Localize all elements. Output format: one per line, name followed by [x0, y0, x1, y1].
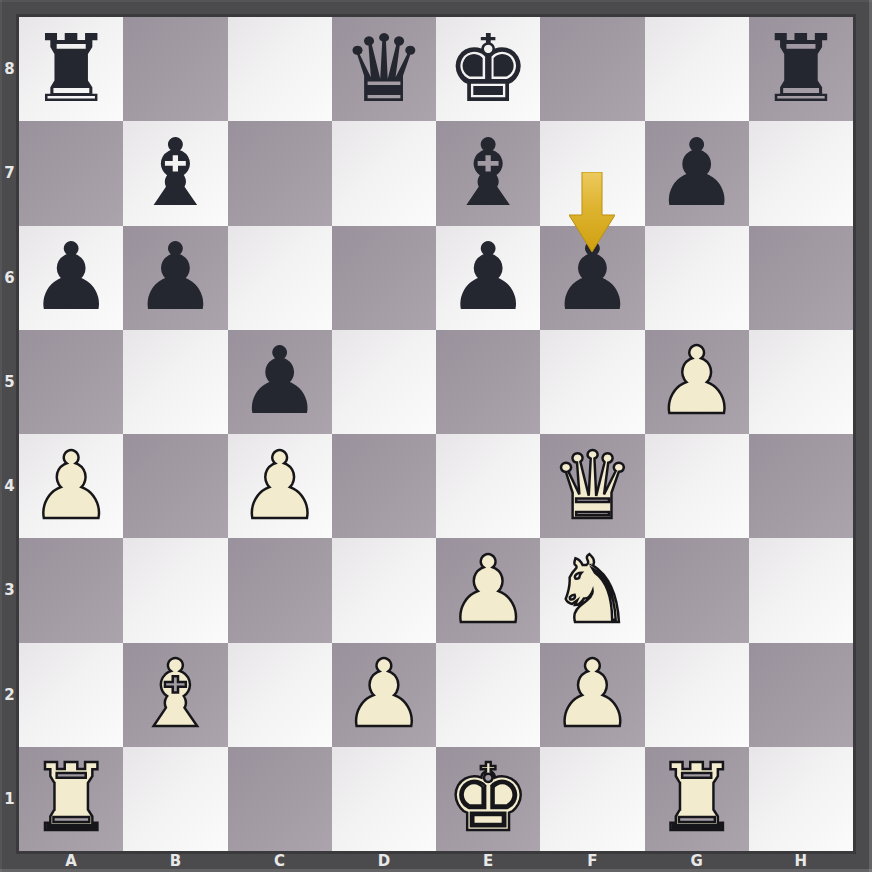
square-a1[interactable]: ♜ [19, 747, 123, 851]
white-pawn[interactable]: ♟ [551, 648, 634, 741]
square-b5[interactable] [123, 330, 227, 434]
black-bishop[interactable]: ♝ [446, 127, 529, 220]
square-c6[interactable] [228, 226, 332, 330]
black-king[interactable]: ♚ [446, 23, 529, 116]
square-a7[interactable] [19, 121, 123, 225]
black-pawn[interactable]: ♟ [29, 231, 112, 324]
file-labels: ABCDEFGH [19, 851, 853, 870]
square-e3[interactable]: ♟ [436, 538, 540, 642]
white-pawn[interactable]: ♟ [655, 335, 738, 428]
square-f4[interactable]: ♛ [540, 434, 644, 538]
square-b3[interactable] [123, 538, 227, 642]
black-rook[interactable]: ♜ [29, 23, 112, 116]
square-e8[interactable]: ♚ [436, 17, 540, 121]
square-h1[interactable] [749, 747, 853, 851]
square-g3[interactable] [645, 538, 749, 642]
board-frame: ♜♛♚♜♝♝♟♟♟♟♟♟♟♟♟♛♟♞♝♟♟♜♚♜ 87654321 ABCDEF… [0, 0, 872, 872]
square-a5[interactable] [19, 330, 123, 434]
square-b1[interactable] [123, 747, 227, 851]
black-pawn[interactable]: ♟ [655, 127, 738, 220]
file-label-b: B [123, 851, 227, 870]
rank-label-3: 3 [0, 538, 19, 642]
square-c3[interactable] [228, 538, 332, 642]
white-pawn[interactable]: ♟ [446, 544, 529, 637]
square-d7[interactable] [332, 121, 436, 225]
square-g1[interactable]: ♜ [645, 747, 749, 851]
square-d8[interactable]: ♛ [332, 17, 436, 121]
square-a6[interactable]: ♟ [19, 226, 123, 330]
square-h4[interactable] [749, 434, 853, 538]
square-d5[interactable] [332, 330, 436, 434]
file-label-d: D [332, 851, 436, 870]
square-b6[interactable]: ♟ [123, 226, 227, 330]
square-h7[interactable] [749, 121, 853, 225]
black-pawn[interactable]: ♟ [134, 231, 217, 324]
square-c5[interactable]: ♟ [228, 330, 332, 434]
black-rook[interactable]: ♜ [759, 23, 842, 116]
square-b7[interactable]: ♝ [123, 121, 227, 225]
square-a4[interactable]: ♟ [19, 434, 123, 538]
square-c8[interactable] [228, 17, 332, 121]
square-f2[interactable]: ♟ [540, 643, 644, 747]
square-c2[interactable] [228, 643, 332, 747]
square-g5[interactable]: ♟ [645, 330, 749, 434]
white-rook[interactable]: ♜ [655, 752, 738, 845]
square-e2[interactable] [436, 643, 540, 747]
square-f1[interactable] [540, 747, 644, 851]
rank-label-4: 4 [0, 434, 19, 538]
square-h3[interactable] [749, 538, 853, 642]
white-queen[interactable]: ♛ [551, 440, 634, 533]
white-bishop[interactable]: ♝ [134, 648, 217, 741]
square-a3[interactable] [19, 538, 123, 642]
file-label-e: E [436, 851, 540, 870]
white-king[interactable]: ♚ [446, 752, 529, 845]
square-c1[interactable] [228, 747, 332, 851]
rank-label-8: 8 [0, 17, 19, 121]
white-pawn[interactable]: ♟ [238, 440, 321, 533]
square-a8[interactable]: ♜ [19, 17, 123, 121]
black-queen[interactable]: ♛ [342, 23, 425, 116]
chess-board: ♜♛♚♜♝♝♟♟♟♟♟♟♟♟♟♛♟♞♝♟♟♜♚♜ [19, 17, 853, 851]
square-g2[interactable] [645, 643, 749, 747]
white-rook[interactable]: ♜ [29, 752, 112, 845]
file-label-c: C [228, 851, 332, 870]
square-g7[interactable]: ♟ [645, 121, 749, 225]
file-label-h: H [749, 851, 853, 870]
square-h5[interactable] [749, 330, 853, 434]
square-e6[interactable]: ♟ [436, 226, 540, 330]
rank-label-6: 6 [0, 226, 19, 330]
file-label-f: F [540, 851, 644, 870]
square-d4[interactable] [332, 434, 436, 538]
square-h6[interactable] [749, 226, 853, 330]
square-c7[interactable] [228, 121, 332, 225]
square-b2[interactable]: ♝ [123, 643, 227, 747]
black-bishop[interactable]: ♝ [134, 127, 217, 220]
white-pawn[interactable]: ♟ [29, 440, 112, 533]
square-d1[interactable] [332, 747, 436, 851]
black-pawn[interactable]: ♟ [238, 335, 321, 428]
square-h8[interactable]: ♜ [749, 17, 853, 121]
square-c4[interactable]: ♟ [228, 434, 332, 538]
file-label-a: A [19, 851, 123, 870]
square-g6[interactable] [645, 226, 749, 330]
square-d2[interactable]: ♟ [332, 643, 436, 747]
square-f7[interactable] [540, 121, 644, 225]
square-e4[interactable] [436, 434, 540, 538]
square-d3[interactable] [332, 538, 436, 642]
black-pawn[interactable]: ♟ [551, 231, 634, 324]
black-pawn[interactable]: ♟ [446, 231, 529, 324]
rank-label-7: 7 [0, 121, 19, 225]
square-f8[interactable] [540, 17, 644, 121]
rank-label-5: 5 [0, 330, 19, 434]
square-h2[interactable] [749, 643, 853, 747]
square-b8[interactable] [123, 17, 227, 121]
white-pawn[interactable]: ♟ [342, 648, 425, 741]
rank-label-2: 2 [0, 643, 19, 747]
square-g8[interactable] [645, 17, 749, 121]
rank-label-1: 1 [0, 747, 19, 851]
white-knight[interactable]: ♞ [551, 544, 634, 637]
square-e1[interactable]: ♚ [436, 747, 540, 851]
square-f3[interactable]: ♞ [540, 538, 644, 642]
square-e5[interactable] [436, 330, 540, 434]
rank-labels: 87654321 [0, 17, 19, 851]
square-a2[interactable] [19, 643, 123, 747]
square-e7[interactable]: ♝ [436, 121, 540, 225]
square-b4[interactable] [123, 434, 227, 538]
square-g4[interactable] [645, 434, 749, 538]
square-d6[interactable] [332, 226, 436, 330]
square-f5[interactable] [540, 330, 644, 434]
file-label-g: G [645, 851, 749, 870]
square-f6[interactable]: ♟ [540, 226, 644, 330]
